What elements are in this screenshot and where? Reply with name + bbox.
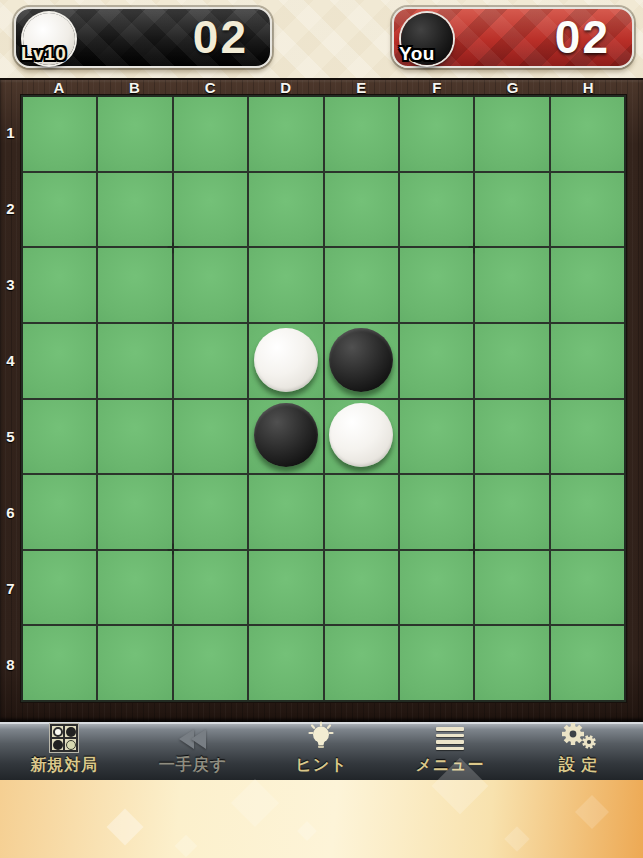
cell-C6[interactable] [174,475,247,549]
col-label-C: C [205,79,216,96]
row-label-6: 6 [6,504,14,521]
col-label-H: H [583,79,594,96]
cell-G5[interactable] [475,400,548,474]
cell-C8[interactable] [174,626,247,700]
player-name: You [399,43,435,65]
cell-A4[interactable] [23,324,96,398]
cell-G2[interactable] [475,173,548,247]
cell-D6[interactable] [249,475,322,549]
row-label-8: 8 [6,656,14,673]
cell-F1[interactable] [400,97,473,171]
cell-F7[interactable] [400,551,473,625]
cell-G1[interactable] [475,97,548,171]
cell-C7[interactable] [174,551,247,625]
cell-H2[interactable] [551,173,624,247]
white-disc [329,403,393,467]
cell-A6[interactable] [23,475,96,549]
cell-B2[interactable] [98,173,171,247]
cell-G4[interactable] [475,324,548,398]
cell-H4[interactable] [551,324,624,398]
new-game-button[interactable]: 新規対局 [0,724,129,780]
col-label-A: A [53,79,64,96]
cell-H3[interactable] [551,248,624,322]
opponent-name: Lv10 [21,43,66,65]
cell-H5[interactable] [551,400,624,474]
settings-button[interactable]: 設 定 [514,724,643,780]
player-score-panel: You 02 [392,7,634,68]
row-label-4: 4 [6,352,14,369]
cell-C2[interactable] [174,173,247,247]
cell-A1[interactable] [23,97,96,171]
cell-C4[interactable] [174,324,247,398]
rewind-icon [179,724,206,753]
bottom-background [0,780,643,858]
cell-B7[interactable] [98,551,171,625]
cell-A5[interactable] [23,400,96,474]
hint-label: ヒント [295,755,347,776]
black-score: 02 [555,9,610,63]
cell-D3[interactable] [249,248,322,322]
cell-B8[interactable] [98,626,171,700]
cell-E1[interactable] [325,97,398,171]
cell-F5[interactable] [400,400,473,474]
cell-F8[interactable] [400,626,473,700]
cell-D5[interactable] [249,400,322,474]
menu-lines-icon [436,724,464,753]
cell-E8[interactable] [325,626,398,700]
cell-A3[interactable] [23,248,96,322]
row-label-2: 2 [6,200,14,217]
cell-B5[interactable] [98,400,171,474]
cell-G6[interactable] [475,475,548,549]
cell-B3[interactable] [98,248,171,322]
row-labels: 12345678 [0,95,21,702]
undo-button[interactable]: 一手戻す [129,724,258,780]
cell-E7[interactable] [325,551,398,625]
undo-label: 一手戻す [159,755,227,776]
column-labels: ABCDEFGH [21,79,626,95]
settings-label: 設 定 [559,755,598,776]
cell-F3[interactable] [400,248,473,322]
cell-C1[interactable] [174,97,247,171]
board-grid [21,95,626,702]
row-label-3: 3 [6,276,14,293]
row-label-1: 1 [6,124,14,141]
row-label-7: 7 [6,580,14,597]
cell-H8[interactable] [551,626,624,700]
cell-D1[interactable] [249,97,322,171]
opponent-score-panel: Lv10 02 [14,7,272,68]
cell-E6[interactable] [325,475,398,549]
cell-C5[interactable] [174,400,247,474]
bottom-toolbar: 新規対局 一手戻す ヒント [0,722,643,780]
cell-E3[interactable] [325,248,398,322]
cell-B6[interactable] [98,475,171,549]
col-label-G: G [507,79,519,96]
lightbulb-icon [305,721,337,753]
new-game-label: 新規対局 [30,755,98,776]
cell-H6[interactable] [551,475,624,549]
col-label-D: D [280,79,291,96]
black-disc [329,328,393,392]
othello-grid-icon [49,723,79,753]
cell-E4[interactable] [325,324,398,398]
hint-button[interactable]: ヒント [257,724,386,780]
black-disc [254,403,318,467]
cell-A8[interactable] [23,626,96,700]
cell-B1[interactable] [98,97,171,171]
col-label-B: B [129,79,140,96]
white-disc [254,328,318,392]
row-label-5: 5 [6,428,14,445]
score-header: Lv10 02 You 02 [0,0,643,78]
cell-H1[interactable] [551,97,624,171]
cell-F2[interactable] [400,173,473,247]
cell-A7[interactable] [23,551,96,625]
cell-D7[interactable] [249,551,322,625]
cell-H7[interactable] [551,551,624,625]
white-score: 02 [193,9,248,63]
cell-D2[interactable] [249,173,322,247]
gears-icon [560,721,598,753]
cell-D4[interactable] [249,324,322,398]
cell-E2[interactable] [325,173,398,247]
cell-E5[interactable] [325,400,398,474]
cell-A2[interactable] [23,173,96,247]
col-label-E: E [356,79,366,96]
cell-D8[interactable] [249,626,322,700]
cell-F6[interactable] [400,475,473,549]
cell-F4[interactable] [400,324,473,398]
cell-B4[interactable] [98,324,171,398]
col-label-F: F [432,79,441,96]
cell-G8[interactable] [475,626,548,700]
cell-C3[interactable] [174,248,247,322]
cell-G7[interactable] [475,551,548,625]
cell-G3[interactable] [475,248,548,322]
